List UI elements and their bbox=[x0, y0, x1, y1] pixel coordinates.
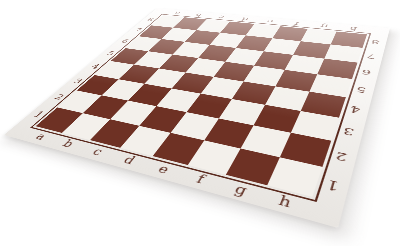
scene: abcdefgh abcdefgh 12345678 12345678 bbox=[0, 0, 400, 246]
rank-label-7: 7 bbox=[358, 48, 385, 66]
rank-label-4: 4 bbox=[339, 97, 371, 122]
rank-label-8: 8 bbox=[362, 34, 387, 50]
chessboard-mat: abcdefgh abcdefgh 12345678 12345678 bbox=[4, 8, 390, 228]
rank-label-5: 5 bbox=[346, 79, 376, 101]
rank-label-6: 6 bbox=[352, 63, 380, 83]
